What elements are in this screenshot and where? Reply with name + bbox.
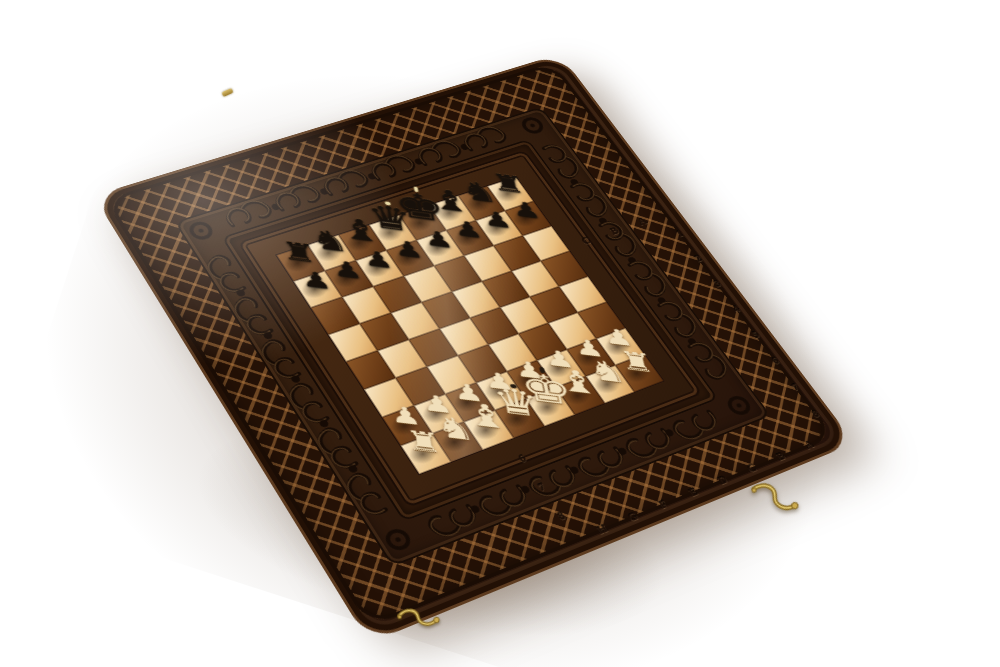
- file-label-e: E: [521, 254, 535, 267]
- carved-scroll-motif: [460, 124, 506, 150]
- file-label-d: D: [550, 244, 565, 257]
- rank-label-4: 4: [730, 303, 743, 315]
- file-label-b: B: [607, 225, 621, 237]
- rank-label-2: 2: [692, 252, 704, 264]
- carved-scroll-motif: [414, 138, 461, 164]
- file-label-a: A: [635, 215, 649, 228]
- rank-label-7: 7: [789, 381, 802, 394]
- rank-label-5: 5: [749, 328, 762, 341]
- carved-dot-motif: [529, 123, 536, 128]
- rank-label-6: 6: [769, 354, 782, 367]
- file-label-c: C: [579, 235, 593, 248]
- rank-label-3: 3: [711, 277, 724, 289]
- file-label-f: F: [492, 265, 506, 278]
- carved-dot-motif: [736, 403, 743, 409]
- file-label-g: G: [462, 274, 477, 287]
- rank-label-1: 1: [673, 228, 685, 240]
- photo-canvas: HGFEDCBA HGFEDCBA 12345678 12345678 ♜♞♝♛…: [0, 0, 1000, 667]
- rank-label-8: 8: [809, 407, 822, 420]
- file-label-h: H: [432, 285, 447, 299]
